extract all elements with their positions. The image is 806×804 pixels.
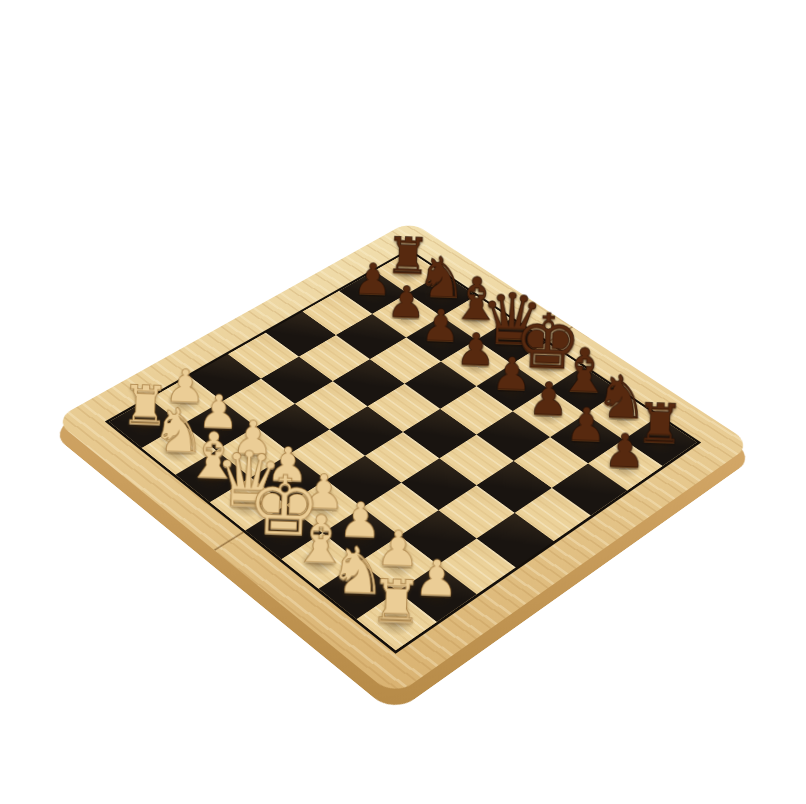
chess-set-scene: ♜♞♝♛♚♝♞♜♟♟♟♟♟♟♟♟♟♟♟♟♟♟♟♟♜♞♝♛♚♝♞♜ <box>0 0 806 804</box>
square-h7: ♟ <box>588 440 662 491</box>
product-photo-background: ♜♞♝♛♚♝♞♜♟♟♟♟♟♟♟♟♟♟♟♟♟♟♟♟♜♞♝♛♚♝♞♜ <box>0 0 806 804</box>
board-wood-border: ♜♞♝♛♚♝♞♜♟♟♟♟♟♟♟♟♟♟♟♟♟♟♟♟♜♞♝♛♚♝♞♜ <box>54 221 752 697</box>
square-e4 <box>365 432 439 483</box>
square-h1: ♜ <box>357 592 437 651</box>
piece-light-rook: ♜ <box>336 571 456 634</box>
fold-seam-near <box>213 531 244 551</box>
chessboard: ♜♞♝♛♚♝♞♜♟♟♟♟♟♟♟♟♟♟♟♟♟♟♟♟♜♞♝♛♚♝♞♜ <box>54 221 752 697</box>
board-grid: ♜♞♝♛♚♝♞♜♟♟♟♟♟♟♟♟♟♟♟♟♟♟♟♟♜♞♝♛♚♝♞♜ <box>105 249 701 654</box>
